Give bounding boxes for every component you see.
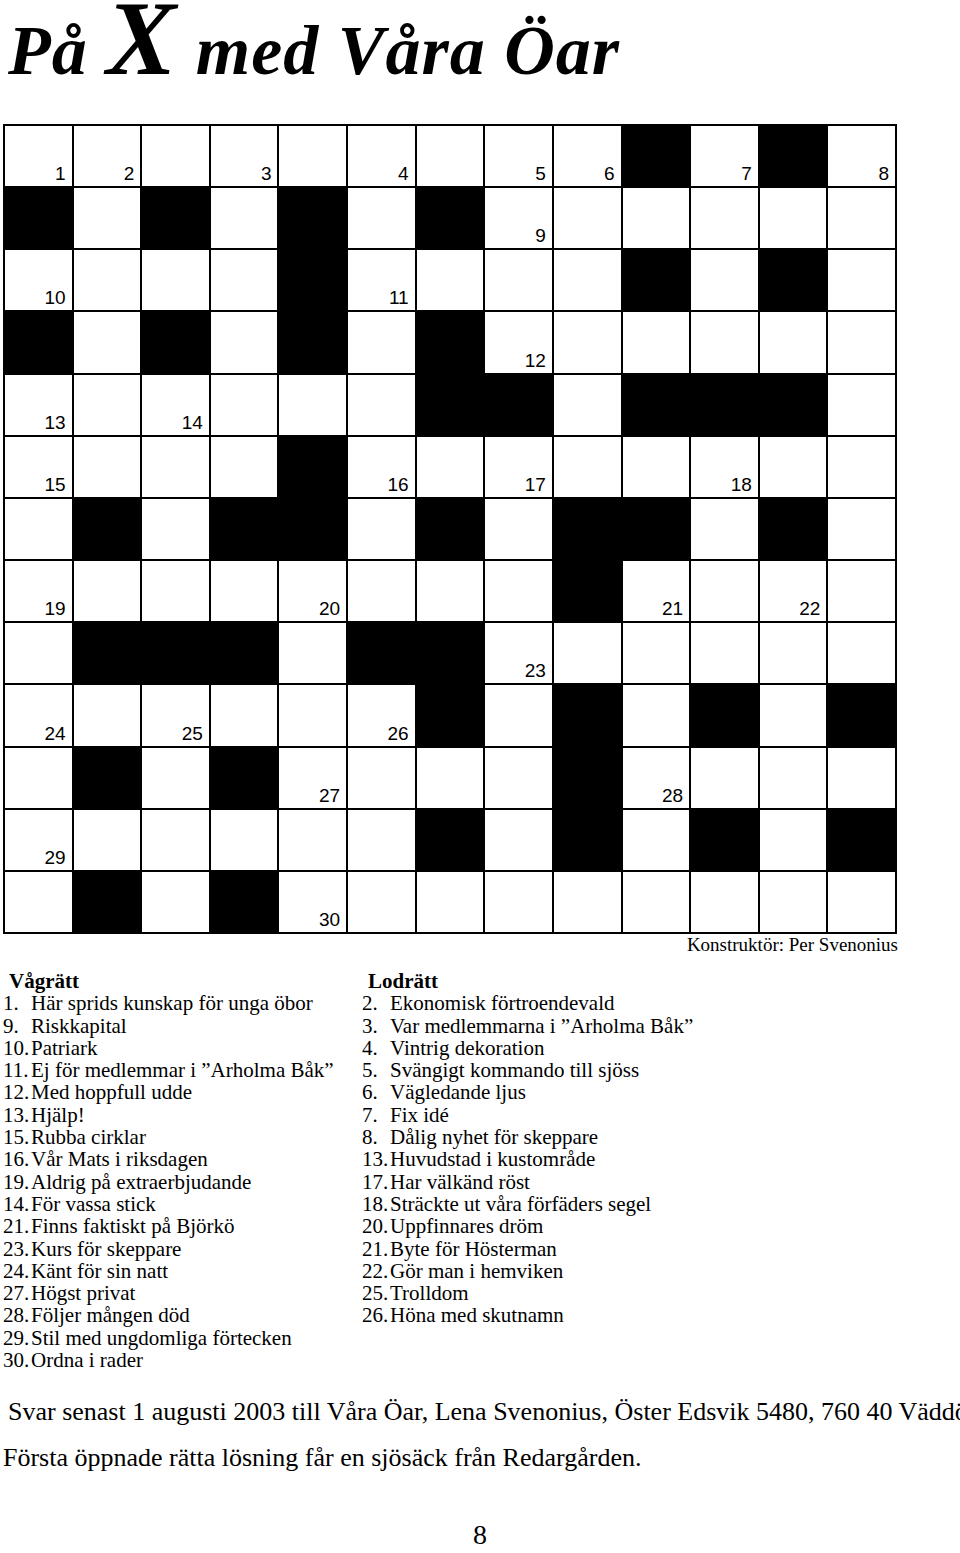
cell-r12c6[interactable] (347, 809, 416, 871)
cell-r6c3[interactable] (141, 436, 210, 498)
across-clue-1: 1.Här sprids kunskap för unga öbor (3, 992, 359, 1014)
cell-r12c1[interactable]: 29 (4, 809, 73, 871)
clue-text: Aldrig på extraerbjudande (31, 1171, 251, 1193)
cell-r13c1[interactable] (4, 871, 73, 933)
footer: Svar senast 1 augusti 2003 till Våra Öar… (3, 1389, 960, 1481)
cell-r1c3[interactable] (141, 125, 210, 187)
cell-r10c4[interactable] (210, 684, 279, 746)
cell-r12c13-block (827, 809, 896, 871)
cell-r12c12[interactable] (759, 809, 828, 871)
cell-r8c4[interactable] (210, 560, 279, 622)
cell-r1c9[interactable]: 6 (553, 125, 622, 187)
down-clue-6: 6.Vägledande ljus (362, 1081, 952, 1103)
cell-r8c7[interactable] (416, 560, 485, 622)
cell-r12c4[interactable] (210, 809, 279, 871)
clue-number-22: 22 (799, 599, 820, 618)
cell-r5c10-block (622, 374, 691, 436)
cell-r10c1[interactable]: 24 (4, 684, 73, 746)
across-clue-27: 27.Högst privat (3, 1282, 359, 1304)
clue-text: Ej för medlemmar i ”Arholma Båk” (31, 1059, 334, 1081)
clue-number-17: 17 (525, 475, 546, 494)
clue-number-29: 29 (44, 848, 65, 867)
clue-text: Riskkapital (31, 1015, 127, 1037)
clue-num: 28. (3, 1304, 31, 1326)
clue-num: 1. (3, 992, 31, 1014)
clue-number-3: 3 (261, 164, 272, 183)
clue-text: Har välkänd röst (390, 1171, 530, 1193)
cell-r8c2[interactable] (73, 560, 142, 622)
clue-text: Här sprids kunskap för unga öbor (31, 992, 313, 1014)
clue-number-14: 14 (182, 413, 203, 432)
cell-r5c12-block (759, 374, 828, 436)
cell-r7c11[interactable] (690, 498, 759, 560)
cell-r1c4[interactable]: 3 (210, 125, 279, 187)
clue-number-4: 4 (398, 164, 409, 183)
cell-r6c4[interactable] (210, 436, 279, 498)
cell-r10c2[interactable] (73, 684, 142, 746)
clue-number-24: 24 (44, 724, 65, 743)
clue-text: Var medlemmarna i ”Arholma Båk” (390, 1015, 693, 1037)
down-clue-20: 20.Uppfinnares dröm (362, 1215, 952, 1237)
cell-r11c12[interactable] (759, 747, 828, 809)
cell-r8c3[interactable] (141, 560, 210, 622)
cell-r1c11[interactable]: 7 (690, 125, 759, 187)
cell-r4c11[interactable] (690, 311, 759, 373)
clue-text: Känt för sin natt (31, 1260, 168, 1282)
across-list: 1.Här sprids kunskap för unga öbor9.Risk… (3, 992, 359, 1371)
down-clue-2: 2.Ekonomisk förtroendevald (362, 992, 952, 1014)
cell-r11c5[interactable]: 27 (278, 747, 347, 809)
cell-r3c11[interactable] (690, 249, 759, 311)
cell-r7c6[interactable] (347, 498, 416, 560)
cell-r11c11[interactable] (690, 747, 759, 809)
down-clue-5: 5.Svängigt kommando till sjöss (362, 1059, 952, 1081)
clue-num: 21. (3, 1215, 31, 1237)
clue-num: 13. (3, 1104, 31, 1126)
cell-r3c5-block (278, 249, 347, 311)
clue-num: 14. (3, 1193, 31, 1215)
cell-r12c5[interactable] (278, 809, 347, 871)
cell-r10c6[interactable]: 26 (347, 684, 416, 746)
cell-r1c10-block (622, 125, 691, 187)
clue-number-18: 18 (731, 475, 752, 494)
cell-r6c13[interactable] (827, 436, 896, 498)
cell-r10c13-block (827, 684, 896, 746)
cell-r7c9-block (553, 498, 622, 560)
clue-text: Fix idé (390, 1104, 449, 1126)
cell-r5c9[interactable] (553, 374, 622, 436)
constructor-credit: Konstruktör: Per Svenonius (687, 934, 898, 956)
cell-r9c5[interactable] (278, 622, 347, 684)
clue-num: 13. (362, 1148, 390, 1170)
cell-r6c7[interactable] (416, 436, 485, 498)
cell-r9c9[interactable] (553, 622, 622, 684)
clue-number-28: 28 (662, 786, 683, 805)
cell-r4c8[interactable]: 12 (484, 311, 553, 373)
cell-r8c13[interactable] (827, 560, 896, 622)
clue-num: 20. (362, 1215, 390, 1237)
cell-r10c11-block (690, 684, 759, 746)
cell-r1c6[interactable]: 4 (347, 125, 416, 187)
cell-r5c7-block (416, 374, 485, 436)
clue-num: 15. (3, 1126, 31, 1148)
cell-r10c3[interactable]: 25 (141, 684, 210, 746)
cell-r5c1[interactable]: 13 (4, 374, 73, 436)
cell-r6c6[interactable]: 16 (347, 436, 416, 498)
clue-number-11: 11 (389, 288, 409, 307)
cell-r9c6-block (347, 622, 416, 684)
clue-number-13: 13 (44, 413, 65, 432)
down-clue-26: 26.Höna med skutnamn (362, 1304, 952, 1326)
clue-text: Sträckte ut våra förfäders segel (390, 1193, 651, 1215)
clue-text: Ekonomisk förtroendevald (390, 992, 615, 1014)
cell-r8c9-block (553, 560, 622, 622)
cell-r3c13[interactable] (827, 249, 896, 311)
cell-r2c6[interactable] (347, 187, 416, 249)
clue-text: Rubba cirklar (31, 1126, 146, 1148)
cell-r12c8[interactable] (484, 809, 553, 871)
cell-r5c13[interactable] (827, 374, 896, 436)
cell-r12c11-block (690, 809, 759, 871)
title-prefix: På (8, 12, 106, 89)
cell-r4c13[interactable] (827, 311, 896, 373)
cell-r2c5-block (278, 187, 347, 249)
puzzle-title: På X med Våra Öar (8, 0, 620, 99)
cell-r6c8[interactable]: 17 (484, 436, 553, 498)
cell-r4c4[interactable] (210, 311, 279, 373)
cell-r7c2-block (73, 498, 142, 560)
cell-r4c3-block (141, 311, 210, 373)
down-clue-13: 13.Huvudstad i kustområde (362, 1148, 952, 1170)
cell-r4c6[interactable] (347, 311, 416, 373)
cell-r12c9-block (553, 809, 622, 871)
cell-r10c7-block (416, 684, 485, 746)
across-clue-10: 10.Patriark (3, 1037, 359, 1059)
cell-r8c12[interactable]: 22 (759, 560, 828, 622)
clue-text: För vassa stick (31, 1193, 156, 1215)
cell-r4c2[interactable] (73, 311, 142, 373)
clue-text: Svängigt kommando till sjöss (390, 1059, 639, 1081)
clue-text: Ordna i rader (31, 1349, 143, 1371)
clue-text: Dålig nyhet för skeppare (390, 1126, 598, 1148)
clue-num: 26. (362, 1304, 390, 1326)
cell-r6c5-block (278, 436, 347, 498)
cell-r9c1[interactable] (4, 622, 73, 684)
cell-r2c1-block (4, 187, 73, 249)
cell-r8c1[interactable]: 19 (4, 560, 73, 622)
cell-r13c9[interactable] (553, 871, 622, 933)
cell-r7c4-block (210, 498, 279, 560)
clue-num: 9. (3, 1015, 31, 1037)
cell-r6c2[interactable] (73, 436, 142, 498)
cell-r13c7[interactable] (416, 871, 485, 933)
cell-r7c13[interactable] (827, 498, 896, 560)
title-suffix: med Våra Öar (177, 12, 620, 89)
cell-r1c8[interactable]: 5 (484, 125, 553, 187)
cell-r13c8[interactable] (484, 871, 553, 933)
down-clue-17: 17.Har välkänd röst (362, 1171, 952, 1193)
cell-r4c5-block (278, 311, 347, 373)
down-clue-21: 21.Byte för Hösterman (362, 1238, 952, 1260)
across-clue-21: 21.Finns faktiskt på Björkö (3, 1215, 359, 1237)
cell-r11c13[interactable] (827, 747, 896, 809)
cell-r6c1[interactable]: 15 (4, 436, 73, 498)
cell-r7c8[interactable] (484, 498, 553, 560)
clue-num: 3. (362, 1015, 390, 1037)
clue-num: 5. (362, 1059, 390, 1081)
clue-number-1: 1 (55, 164, 66, 183)
cell-r2c8[interactable]: 9 (484, 187, 553, 249)
clue-number-9: 9 (535, 226, 546, 245)
cell-r13c12[interactable] (759, 871, 828, 933)
cell-r4c10[interactable] (622, 311, 691, 373)
across-clue-15: 15.Rubba cirklar (3, 1126, 359, 1148)
cell-r13c10[interactable] (622, 871, 691, 933)
clue-num: 10. (3, 1037, 31, 1059)
clue-num: 18. (362, 1193, 390, 1215)
cell-r7c10-block (622, 498, 691, 560)
cell-r2c4[interactable] (210, 187, 279, 249)
down-clue-22: 22.Gör man i hemviken (362, 1260, 952, 1282)
cell-r12c3[interactable] (141, 809, 210, 871)
clue-number-19: 19 (44, 599, 65, 618)
down-clue-18: 18.Sträckte ut våra förfäders segel (362, 1193, 952, 1215)
clue-num: 7. (362, 1104, 390, 1126)
cell-r2c7-block (416, 187, 485, 249)
cell-r10c8[interactable] (484, 684, 553, 746)
cell-r6c12[interactable] (759, 436, 828, 498)
clue-num: 22. (362, 1260, 390, 1282)
cell-r13c4-block (210, 871, 279, 933)
clue-number-23: 23 (525, 661, 546, 680)
cell-r9c3-block (141, 622, 210, 684)
cell-r4c9[interactable] (553, 311, 622, 373)
cell-r1c1[interactable]: 1 (4, 125, 73, 187)
cell-r11c8[interactable] (484, 747, 553, 809)
cell-r2c13[interactable] (827, 187, 896, 249)
cell-r8c8[interactable] (484, 560, 553, 622)
cell-r4c7-block (416, 311, 485, 373)
cell-r3c6[interactable]: 11 (347, 249, 416, 311)
cell-r9c4-block (210, 622, 279, 684)
cell-r11c2-block (73, 747, 142, 809)
cell-r11c4-block (210, 747, 279, 809)
cell-r4c1-block (4, 311, 73, 373)
clue-num: 24. (3, 1260, 31, 1282)
cell-r8c6[interactable] (347, 560, 416, 622)
across-clue-12: 12.Med hoppfull udde (3, 1081, 359, 1103)
cell-r11c3[interactable] (141, 747, 210, 809)
cell-r2c2[interactable] (73, 187, 142, 249)
cell-r3c2[interactable] (73, 249, 142, 311)
cell-r9c11[interactable] (690, 622, 759, 684)
footer-line-1: Svar senast 1 augusti 2003 till Våra Öar… (3, 1389, 960, 1435)
clue-text: Höna med skutnamn (390, 1304, 564, 1326)
crossword-grid: 1234567891011121314151617181920212223242… (3, 124, 897, 934)
cell-r5c8-block (484, 374, 553, 436)
clue-num: 27. (3, 1282, 31, 1304)
down-clue-3: 3.Var medlemmarna i ”Arholma Båk” (362, 1015, 952, 1037)
cell-r5c5[interactable] (278, 374, 347, 436)
cell-r1c12-block (759, 125, 828, 187)
cell-r3c9[interactable] (553, 249, 622, 311)
clue-num: 23. (3, 1238, 31, 1260)
clue-text: Kurs för skeppare (31, 1238, 181, 1260)
cell-r5c3[interactable]: 14 (141, 374, 210, 436)
cell-r4c12[interactable] (759, 311, 828, 373)
cell-r11c10[interactable]: 28 (622, 747, 691, 809)
cell-r7c3[interactable] (141, 498, 210, 560)
down-header: Lodrätt (362, 970, 952, 992)
cell-r12c10[interactable] (622, 809, 691, 871)
clue-number-8: 8 (878, 164, 889, 183)
across-clue-29: 29.Stil med ungdomliga förtecken (3, 1327, 359, 1349)
cell-r6c10[interactable] (622, 436, 691, 498)
cell-r5c6[interactable] (347, 374, 416, 436)
cell-r5c4[interactable] (210, 374, 279, 436)
cell-r10c12[interactable] (759, 684, 828, 746)
cell-r13c2-block (73, 871, 142, 933)
cell-r8c5[interactable]: 20 (278, 560, 347, 622)
clue-number-25: 25 (182, 724, 203, 743)
across-clue-9: 9.Riskkapital (3, 1015, 359, 1037)
clue-text: Huvudstad i kustområde (390, 1148, 595, 1170)
clue-num: 6. (362, 1081, 390, 1103)
clue-number-16: 16 (388, 475, 409, 494)
cell-r3c7[interactable] (416, 249, 485, 311)
cell-r2c10[interactable] (622, 187, 691, 249)
clue-text: Gör man i hemviken (390, 1260, 563, 1282)
clue-number-21: 21 (662, 599, 683, 618)
cell-r6c9[interactable] (553, 436, 622, 498)
cell-r9c10[interactable] (622, 622, 691, 684)
clue-text: Byte för Hösterman (390, 1238, 557, 1260)
cell-r13c3[interactable] (141, 871, 210, 933)
clue-num: 25. (362, 1282, 390, 1304)
cell-r9c7-block (416, 622, 485, 684)
clue-number-7: 7 (741, 164, 752, 183)
cell-r3c4[interactable] (210, 249, 279, 311)
clue-number-30: 30 (319, 910, 340, 929)
clue-text: Trolldom (390, 1282, 469, 1304)
across-clue-19: 19.Aldrig på extraerbjudande (3, 1171, 359, 1193)
cell-r1c13[interactable]: 8 (827, 125, 896, 187)
cell-r7c12-block (759, 498, 828, 560)
clue-num: 12. (3, 1081, 31, 1103)
clue-text: Patriark (31, 1037, 97, 1059)
clue-text: Hjälp! (31, 1104, 85, 1126)
cell-r12c7-block (416, 809, 485, 871)
across-clue-11: 11.Ej för medlemmar i ”Arholma Båk” (3, 1059, 359, 1081)
clue-text: Följer mången död (31, 1304, 190, 1326)
clue-num: 30. (3, 1349, 31, 1371)
cell-r11c1[interactable] (4, 747, 73, 809)
cell-r2c9[interactable] (553, 187, 622, 249)
clue-text: Finns faktiskt på Björkö (31, 1215, 235, 1237)
cell-r11c6[interactable] (347, 747, 416, 809)
clue-number-26: 26 (388, 724, 409, 743)
cell-r13c6[interactable] (347, 871, 416, 933)
down-clue-4: 4.Vintrig dekoration (362, 1037, 952, 1059)
clue-text: Stil med ungdomliga förtecken (31, 1327, 292, 1349)
across-clue-30: 30.Ordna i rader (3, 1349, 359, 1371)
across-clue-13: 13.Hjälp! (3, 1104, 359, 1126)
cell-r9c8[interactable]: 23 (484, 622, 553, 684)
cell-r13c11[interactable] (690, 871, 759, 933)
clue-num: 4. (362, 1037, 390, 1059)
cell-r8c10[interactable]: 21 (622, 560, 691, 622)
across-clue-16: 16.Vår Mats i riksdagen (3, 1148, 359, 1170)
clue-number-20: 20 (319, 599, 340, 618)
cell-r3c1[interactable]: 10 (4, 249, 73, 311)
cell-r9c13[interactable] (827, 622, 896, 684)
cell-r10c5[interactable] (278, 684, 347, 746)
cell-r2c12[interactable] (759, 187, 828, 249)
footer-line-2: Första öppnade rätta lösning får en sjös… (3, 1435, 960, 1481)
title-x: X (106, 0, 177, 97)
cell-r9c2-block (73, 622, 142, 684)
cell-r12c2[interactable] (73, 809, 142, 871)
down-clue-25: 25.Trolldom (362, 1282, 952, 1304)
clue-number-2: 2 (124, 164, 135, 183)
cell-r10c10[interactable] (622, 684, 691, 746)
cell-r3c8[interactable] (484, 249, 553, 311)
cell-r2c3-block (141, 187, 210, 249)
cell-r7c7-block (416, 498, 485, 560)
cell-r1c2[interactable]: 2 (73, 125, 142, 187)
across-clue-28: 28.Följer mången död (3, 1304, 359, 1326)
down-clues: Lodrätt 2.Ekonomisk förtroendevald3.Var … (362, 970, 952, 1327)
cell-r5c2[interactable] (73, 374, 142, 436)
cell-r6c11[interactable]: 18 (690, 436, 759, 498)
clue-text: Uppfinnares dröm (390, 1215, 543, 1237)
clue-num: 19. (3, 1171, 31, 1193)
clue-number-15: 15 (44, 475, 65, 494)
clue-text: Vägledande ljus (390, 1081, 526, 1103)
cell-r7c1[interactable] (4, 498, 73, 560)
cell-r1c5[interactable] (278, 125, 347, 187)
across-clue-24: 24.Känt för sin natt (3, 1260, 359, 1282)
cell-r3c10-block (622, 249, 691, 311)
clue-number-27: 27 (319, 786, 340, 805)
across-header: Vågrätt (3, 970, 359, 992)
clue-num: 29. (3, 1327, 31, 1349)
crossword-page: På X med Våra Öar 1234567891011121314151… (0, 0, 960, 1553)
down-list: 2.Ekonomisk förtroendevald3.Var medlemma… (362, 992, 952, 1326)
clue-num: 21. (362, 1238, 390, 1260)
cell-r3c12-block (759, 249, 828, 311)
clue-number-12: 12 (525, 351, 546, 370)
cell-r3c3[interactable] (141, 249, 210, 311)
clue-num: 16. (3, 1148, 31, 1170)
down-clue-8: 8.Dålig nyhet för skeppare (362, 1126, 952, 1148)
cell-r2c11[interactable] (690, 187, 759, 249)
clue-text: Vintrig dekoration (390, 1037, 544, 1059)
cell-r13c13[interactable] (827, 871, 896, 933)
clue-number-5: 5 (535, 164, 546, 183)
cell-r9c12[interactable] (759, 622, 828, 684)
cell-r1c7[interactable] (416, 125, 485, 187)
cell-r13c5[interactable]: 30 (278, 871, 347, 933)
across-clue-23: 23.Kurs för skeppare (3, 1238, 359, 1260)
clue-number-10: 10 (44, 288, 65, 307)
cell-r5c11-block (690, 374, 759, 436)
across-clue-14: 14.För vassa stick (3, 1193, 359, 1215)
cell-r8c11[interactable] (690, 560, 759, 622)
clue-number-6: 6 (604, 164, 615, 183)
cell-r11c9-block (553, 747, 622, 809)
cell-r11c7[interactable] (416, 747, 485, 809)
